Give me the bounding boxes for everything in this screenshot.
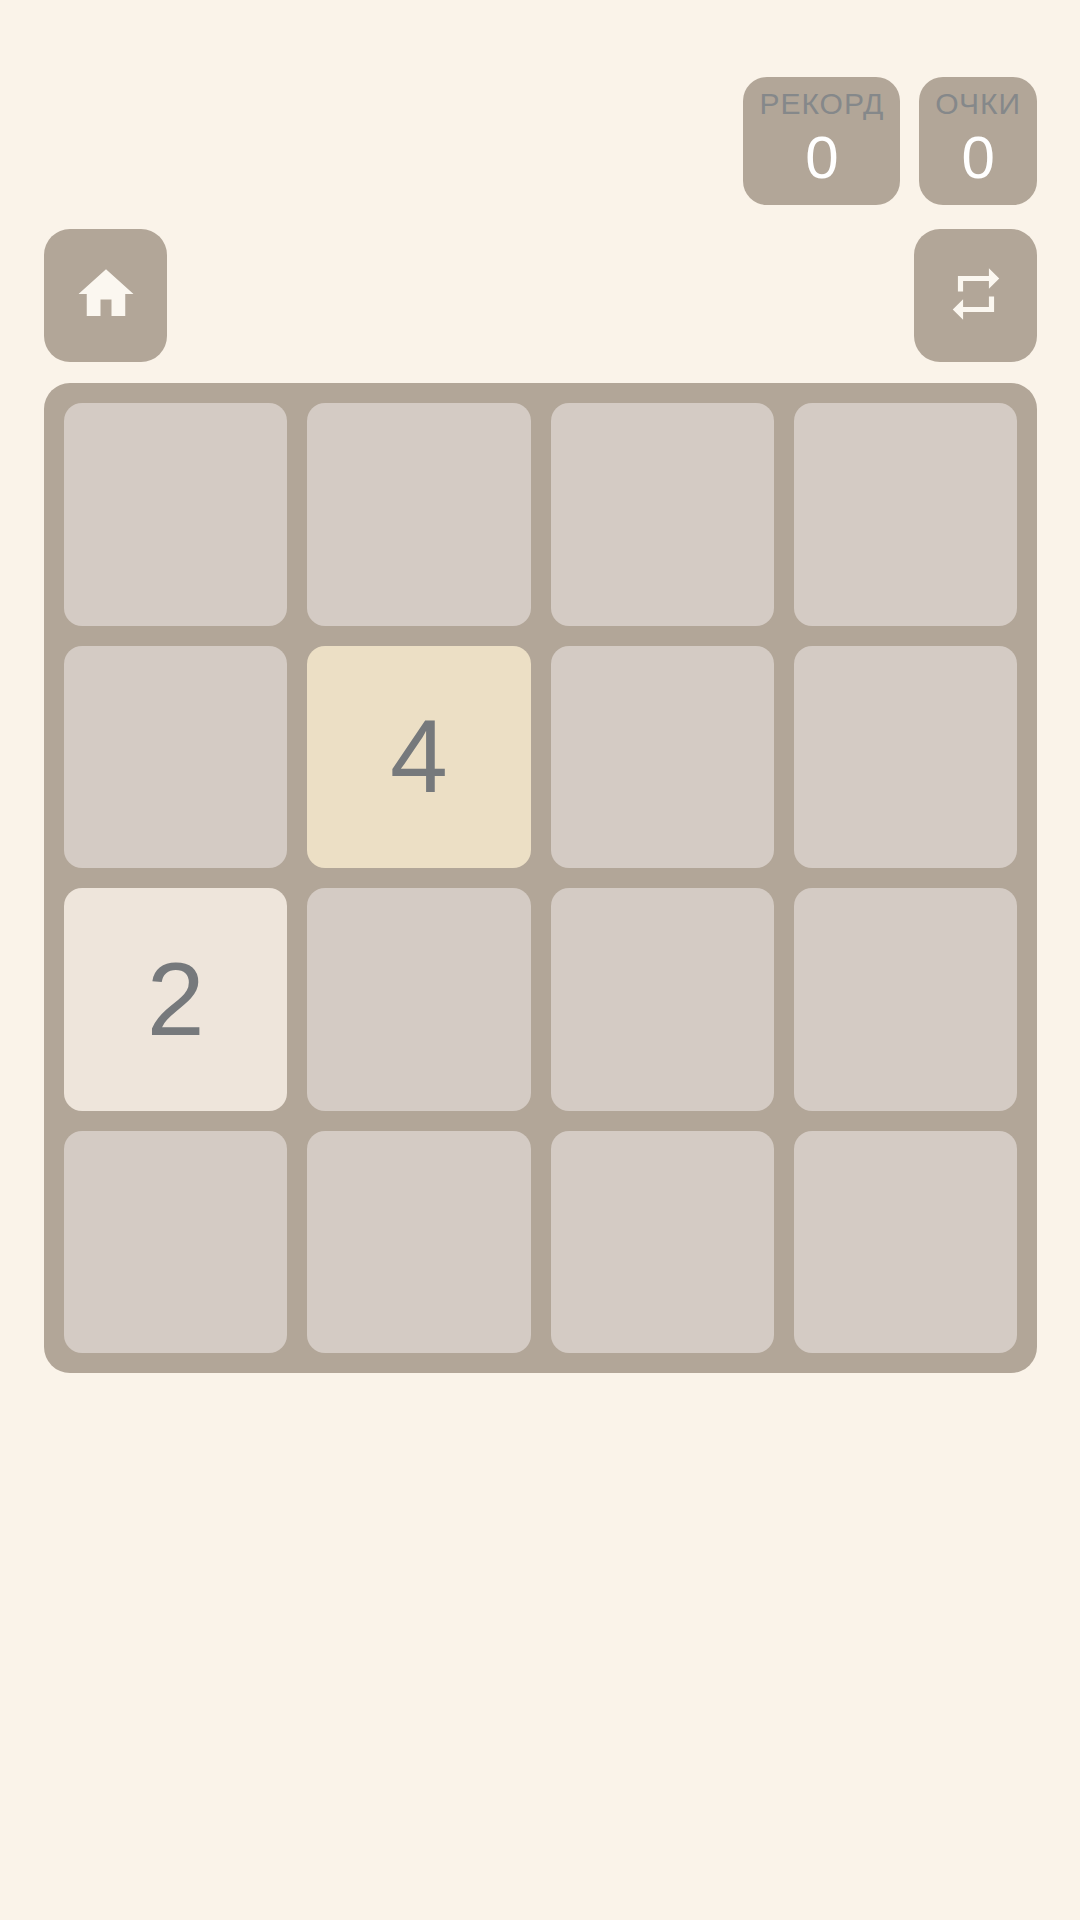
- cell-r1c2: [307, 403, 530, 626]
- cell-r3c2: [307, 888, 530, 1111]
- scoreboard: РЕКОРД 0 ОЧКИ 0: [743, 77, 1037, 205]
- score-label: ОЧКИ: [935, 87, 1021, 121]
- cell-r4c3: [551, 1131, 774, 1354]
- game-screen: { "game": "2048", "position": { "grid": …: [0, 0, 1080, 1920]
- cell-r3c1: 2: [64, 888, 287, 1111]
- score-value: 0: [961, 121, 994, 195]
- score-box: ОЧКИ 0: [919, 77, 1037, 205]
- home-button[interactable]: [44, 229, 167, 362]
- board-grid[interactable]: 4 2: [44, 383, 1037, 1373]
- cell-r4c2: [307, 1131, 530, 1354]
- cell-r4c1: [64, 1131, 287, 1354]
- record-label: РЕКОРД: [759, 87, 884, 121]
- cell-r2c2: 4: [307, 646, 530, 869]
- cell-r4c4: [794, 1131, 1017, 1354]
- cell-r3c3: [551, 888, 774, 1111]
- cell-r2c4: [794, 646, 1017, 869]
- cell-r1c1: [64, 403, 287, 626]
- cell-r3c4: [794, 888, 1017, 1111]
- record-box: РЕКОРД 0: [743, 77, 900, 205]
- restart-button[interactable]: [914, 229, 1037, 362]
- home-icon: [73, 261, 139, 330]
- cell-r2c3: [551, 646, 774, 869]
- cell-r1c4: [794, 403, 1017, 626]
- cell-r2c1: [64, 646, 287, 869]
- repeat-icon: [945, 263, 1007, 328]
- record-value: 0: [805, 121, 838, 195]
- cell-r1c3: [551, 403, 774, 626]
